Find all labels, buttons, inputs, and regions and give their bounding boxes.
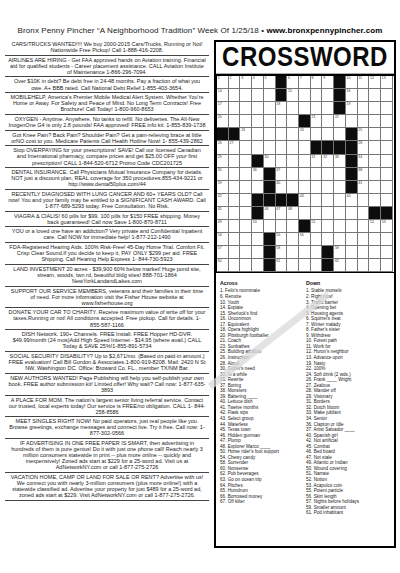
- grid-cell[interactable]: [381, 155, 393, 168]
- black-square: [334, 141, 346, 154]
- grid-cell[interactable]: [252, 259, 264, 272]
- grid-cell[interactable]: 30: [264, 155, 276, 168]
- grid-cell[interactable]: [252, 181, 264, 194]
- grid-cell[interactable]: [346, 259, 358, 272]
- black-square: [381, 207, 393, 220]
- classified-ad: OXYGEN - Anytime. Anywhere. No tanks to …: [5, 115, 209, 131]
- grid-cell[interactable]: [299, 141, 311, 154]
- black-square: [229, 128, 241, 141]
- classified-ads-column: CARS/TRUCKS WANTED!!!! We buy 2000-2015 …: [5, 40, 209, 501]
- grid-cell[interactable]: [311, 168, 323, 181]
- grid-cell[interactable]: 44: [346, 194, 358, 207]
- grid-cell[interactable]: [311, 194, 323, 207]
- cell-number: 2: [229, 76, 231, 80]
- grid-cell[interactable]: [240, 207, 252, 220]
- grid-cell[interactable]: [252, 246, 264, 259]
- cell-number: 43: [300, 194, 304, 198]
- cell-number: 25: [358, 128, 362, 132]
- black-square: [311, 141, 323, 154]
- grid-cell[interactable]: [381, 102, 393, 115]
- grid-cell[interactable]: 21: [311, 115, 323, 128]
- classified-ad: IF ADVERTISING IN ONE FREE PAPER IS SMAR…: [5, 439, 209, 473]
- grid-cell[interactable]: [287, 220, 299, 233]
- cell-number: 11: [358, 76, 362, 80]
- grid-cell[interactable]: [311, 207, 323, 220]
- cell-number: 16: [347, 89, 351, 93]
- grid-cell[interactable]: 42: [217, 194, 229, 207]
- grid-cell[interactable]: [346, 220, 358, 233]
- grid-cell[interactable]: [240, 259, 252, 272]
- grid-cell[interactable]: [240, 168, 252, 181]
- cell-number: 20: [218, 115, 222, 119]
- grid-cell[interactable]: 15: [287, 89, 299, 102]
- cell-number: 12: [370, 76, 374, 80]
- cell-number: 60: [218, 259, 222, 263]
- grid-cell[interactable]: [311, 89, 323, 102]
- grid-cell[interactable]: 32: [322, 155, 334, 168]
- cell-number: 47: [276, 207, 280, 211]
- grid-cell[interactable]: 18: [276, 102, 288, 115]
- cell-number: 23: [241, 128, 245, 132]
- across-clue: 67. Off kilter: [220, 499, 304, 505]
- across-title: Across: [220, 280, 304, 286]
- grid-cell[interactable]: [240, 246, 252, 259]
- grid-cell[interactable]: [322, 220, 334, 233]
- grid-cell[interactable]: [240, 102, 252, 115]
- grid-cell[interactable]: [299, 89, 311, 102]
- cell-number: 17: [218, 102, 222, 106]
- cell-number: 4: [253, 76, 255, 80]
- crossword-box: CROSSWORD 123456789101112131415161718192…: [214, 40, 396, 548]
- grid-cell[interactable]: [229, 102, 241, 115]
- grid-cell[interactable]: [299, 168, 311, 181]
- classified-ad: NEW AUTHORS WANTED! Page Publishing will…: [5, 374, 209, 396]
- grid-cell[interactable]: 59: [334, 246, 346, 259]
- grid-cell[interactable]: [299, 181, 311, 194]
- grid-cell[interactable]: [369, 128, 381, 141]
- grid-cell[interactable]: [229, 181, 241, 194]
- classified-ad: Over $10K in debt? Be debt free in 24-48…: [5, 77, 209, 93]
- cell-number: 21: [311, 115, 315, 119]
- grid-cell[interactable]: 57: [217, 246, 229, 259]
- black-square: [276, 76, 288, 89]
- grid-cell[interactable]: [240, 141, 252, 154]
- grid-cell[interactable]: 54: [217, 233, 229, 246]
- grid-cell[interactable]: 24: [299, 128, 311, 141]
- black-square: [346, 181, 358, 194]
- grid-cell[interactable]: [358, 102, 370, 115]
- cell-number: 54: [218, 233, 222, 237]
- cell-number: 46: [265, 207, 269, 211]
- cell-number: 51: [311, 220, 315, 224]
- classified-ad: SOCIAL SECURITY DISABILITY? Up to $2,671…: [5, 352, 209, 374]
- grid-cell[interactable]: [346, 246, 358, 259]
- grid-cell[interactable]: [276, 115, 288, 128]
- grid-cell[interactable]: 22: [334, 115, 346, 128]
- grid-cell[interactable]: [369, 89, 381, 102]
- crossword-grid: 1234567891011121314151617181920212223242…: [217, 76, 395, 272]
- grid-cell[interactable]: [287, 128, 299, 141]
- grid-cell[interactable]: 60: [217, 259, 229, 272]
- grid-cell[interactable]: [299, 155, 311, 168]
- cell-number: 18: [276, 102, 280, 106]
- grid-cell[interactable]: 40: [276, 181, 288, 194]
- black-square: [369, 207, 381, 220]
- grid-cell[interactable]: [358, 246, 370, 259]
- cell-number: 48: [288, 207, 292, 211]
- classified-ad: MEET SINGLES RIGHT NOW! No paid operator…: [5, 417, 209, 439]
- grid-cell[interactable]: [369, 259, 381, 272]
- grid-cell[interactable]: [311, 128, 323, 141]
- down-clue: 61. Pod inhabitant: [306, 510, 390, 516]
- grid-cell[interactable]: [252, 233, 264, 246]
- grid-cell[interactable]: [358, 194, 370, 207]
- grid-cell[interactable]: 20: [217, 115, 229, 128]
- cell-number: 30: [265, 155, 269, 159]
- grid-cell[interactable]: 13: [381, 76, 393, 89]
- grid-cell[interactable]: 16: [346, 89, 358, 102]
- grid-cell[interactable]: 4: [252, 76, 264, 89]
- grid-cell[interactable]: 14: [217, 89, 229, 102]
- grid-cell[interactable]: [322, 194, 334, 207]
- grid-cell[interactable]: [381, 259, 393, 272]
- black-square: [252, 155, 264, 168]
- cell-number: 7: [300, 76, 302, 80]
- grid-cell[interactable]: 2: [229, 76, 241, 89]
- grid-cell[interactable]: [299, 207, 311, 220]
- grid-cell[interactable]: 55: [276, 233, 288, 246]
- grid-cell[interactable]: 38: [358, 168, 370, 181]
- grid-cell[interactable]: [322, 181, 334, 194]
- black-square: [299, 115, 311, 128]
- grid-cell[interactable]: 7: [299, 76, 311, 89]
- grid-cell[interactable]: [287, 246, 299, 259]
- grid-cell[interactable]: [322, 207, 334, 220]
- classified-ad: FDA-Registered Hearing Aids. 100% Risk-F…: [5, 243, 209, 265]
- cell-number: 42: [218, 194, 222, 198]
- cell-number: 45: [218, 207, 222, 211]
- grid-cell[interactable]: [229, 155, 241, 168]
- grid-cell[interactable]: [381, 233, 393, 246]
- grid-cell[interactable]: 56: [299, 233, 311, 246]
- cell-number: 3: [241, 76, 243, 80]
- grid-cell[interactable]: [311, 233, 323, 246]
- black-square: [264, 194, 276, 207]
- crossword-banner: CROSSWORD: [216, 40, 394, 76]
- cell-number: 14: [218, 89, 222, 93]
- cell-number: 6: [288, 76, 290, 80]
- classified-ad: VACATION HOME, CAMP OR LAND FOR SALE OR …: [5, 473, 209, 501]
- grid-cell[interactable]: [229, 89, 241, 102]
- grid-cell[interactable]: 50: [252, 220, 264, 233]
- black-square: [322, 246, 334, 259]
- grid-cell[interactable]: [264, 102, 276, 115]
- grid-cell[interactable]: 48: [287, 207, 299, 220]
- cell-number: 10: [347, 76, 351, 80]
- grid-cell[interactable]: [252, 102, 264, 115]
- grid-cell[interactable]: [346, 115, 358, 128]
- classified-ad: Stop OVERPAYING for your prescriptions! …: [5, 146, 209, 168]
- grid-cell[interactable]: [229, 194, 241, 207]
- grid-cell[interactable]: 28: [358, 141, 370, 154]
- cell-number: 53: [382, 220, 386, 224]
- grid-cell[interactable]: [322, 102, 334, 115]
- grid-cell[interactable]: [229, 207, 241, 220]
- grid-cell[interactable]: 46: [264, 207, 276, 220]
- cell-number: 34: [358, 155, 362, 159]
- cell-number: 15: [288, 89, 292, 93]
- cell-number: 35: [218, 168, 222, 172]
- black-square: [334, 102, 346, 115]
- grid-cell[interactable]: [369, 115, 381, 128]
- cell-number: 59: [335, 246, 339, 250]
- cell-number: 22: [335, 115, 339, 119]
- grid-cell[interactable]: [369, 246, 381, 259]
- grid-cell[interactable]: [311, 246, 323, 259]
- grid-cell[interactable]: [287, 233, 299, 246]
- grid-cell[interactable]: [240, 155, 252, 168]
- grid-cell[interactable]: 52: [369, 220, 381, 233]
- grid-cell[interactable]: 34: [358, 155, 370, 168]
- grid-cell[interactable]: 29: [217, 155, 229, 168]
- grid-cell[interactable]: [240, 89, 252, 102]
- grid-cell[interactable]: 17: [217, 102, 229, 115]
- black-square: [264, 246, 276, 259]
- header-text: Bronx Penny Pincher “A Neighborhood Trad…: [18, 26, 267, 35]
- classified-ad: A PLACE FOR MOM. The nation's largest se…: [5, 396, 209, 418]
- grid-cell[interactable]: 3: [240, 76, 252, 89]
- grid-cell[interactable]: 47: [276, 207, 288, 220]
- grid-cell[interactable]: 36: [252, 168, 264, 181]
- grid-cell[interactable]: [299, 246, 311, 259]
- grid-cell[interactable]: [358, 259, 370, 272]
- cell-number: 5: [265, 76, 267, 80]
- grid-cell[interactable]: [358, 89, 370, 102]
- grid-cell[interactable]: 1: [217, 76, 229, 89]
- cell-number: 41: [358, 181, 362, 185]
- grid-cell[interactable]: [334, 194, 346, 207]
- page-header: Bronx Penny Pincher “A Neighborhood Trad…: [0, 26, 400, 35]
- grid-cell[interactable]: [276, 155, 288, 168]
- grid-cell[interactable]: 49: [217, 220, 229, 233]
- classified-ad: CARS/TRUCKS WANTED!!!! We buy 2000-2015 …: [5, 40, 209, 56]
- grid-cell[interactable]: [240, 220, 252, 233]
- cell-number: 38: [358, 168, 362, 172]
- grid-cell[interactable]: [322, 89, 334, 102]
- black-square: [346, 128, 358, 141]
- grid-cell[interactable]: [252, 115, 264, 128]
- grid-cell[interactable]: [381, 168, 393, 181]
- grid-cell[interactable]: [240, 181, 252, 194]
- black-square: [346, 155, 358, 168]
- grid-cell[interactable]: [369, 168, 381, 181]
- cell-number: 32: [323, 155, 327, 159]
- grid-cell[interactable]: 23: [240, 128, 252, 141]
- cell-number: 33: [335, 155, 339, 159]
- grid-cell[interactable]: [299, 102, 311, 115]
- grid-cell[interactable]: [229, 233, 241, 246]
- grid-cell[interactable]: [334, 181, 346, 194]
- classified-ad: DISH Network. 190+ Channels. FREE Instal…: [5, 330, 209, 352]
- grid-cell[interactable]: [252, 89, 264, 102]
- cell-number: 56: [300, 233, 304, 237]
- down-clues-column: Down 1. Stable morsels2. Right now!3. Tr…: [306, 280, 392, 515]
- black-square: [252, 207, 264, 220]
- grid-cell[interactable]: 10: [346, 76, 358, 89]
- grid-cell[interactable]: 31: [311, 155, 323, 168]
- grid-cell[interactable]: [346, 207, 358, 220]
- grid-cell[interactable]: 51: [311, 220, 323, 233]
- cell-number: 26: [218, 141, 222, 145]
- grid-cell[interactable]: [334, 233, 346, 246]
- grid-cell[interactable]: [369, 141, 381, 154]
- grid-cell[interactable]: [358, 233, 370, 246]
- grid-cell[interactable]: 9: [322, 76, 334, 89]
- across-clue-list: 1. Felix's roommate6. Remote10. Youth14.…: [220, 288, 304, 504]
- grid-cell[interactable]: 26: [217, 141, 229, 154]
- down-clue-list: 1. Stable morsels2. Right now!3. Traffic…: [306, 288, 390, 515]
- grid-cell[interactable]: [311, 181, 323, 194]
- grid-cell[interactable]: [369, 102, 381, 115]
- grid-cell[interactable]: 43: [299, 194, 311, 207]
- grid-cell[interactable]: [264, 115, 276, 128]
- classified-ad: RECENTLY DIAGNOSED WITH LUNG CANCER AND …: [5, 190, 209, 212]
- black-square: [252, 194, 264, 207]
- black-square: [264, 181, 276, 194]
- grid-cell[interactable]: [381, 141, 393, 154]
- grid-cell[interactable]: [240, 233, 252, 246]
- black-square: [264, 168, 276, 181]
- cell-number: 1: [218, 76, 220, 80]
- grid-cell[interactable]: [369, 194, 381, 207]
- grid-cell[interactable]: 41: [358, 181, 370, 194]
- black-square: [276, 89, 288, 102]
- grid-cell[interactable]: 33: [334, 155, 346, 168]
- grid-cell[interactable]: [287, 141, 299, 154]
- grid-cell[interactable]: 62: [334, 259, 346, 272]
- grid-cell[interactable]: [358, 115, 370, 128]
- grid-cell[interactable]: [358, 220, 370, 233]
- cell-number: 31: [311, 155, 315, 159]
- grid-cell[interactable]: [299, 259, 311, 272]
- grid-cell[interactable]: [264, 141, 276, 154]
- grid-cell[interactable]: [381, 181, 393, 194]
- grid-cell[interactable]: 35: [217, 168, 229, 181]
- grid-cell[interactable]: [287, 259, 299, 272]
- cell-number: 61: [276, 259, 280, 263]
- grid-cell[interactable]: [311, 259, 323, 272]
- cell-number: 50: [253, 220, 257, 224]
- grid-cell[interactable]: [381, 246, 393, 259]
- grid-cell[interactable]: [381, 115, 393, 128]
- grid-cell[interactable]: [276, 220, 288, 233]
- grid-cell[interactable]: [346, 233, 358, 246]
- grid-cell[interactable]: [240, 194, 252, 207]
- grid-cell[interactable]: [276, 141, 288, 154]
- grid-cell[interactable]: [322, 115, 334, 128]
- grid-cell[interactable]: [334, 220, 346, 233]
- grid-cell[interactable]: [369, 181, 381, 194]
- header-url: www.bronxpennypincher.com: [266, 26, 382, 35]
- grid-cell[interactable]: [322, 233, 334, 246]
- grid-cell[interactable]: [276, 128, 288, 141]
- grid-cell[interactable]: [264, 89, 276, 102]
- grid-cell[interactable]: 58: [276, 246, 288, 259]
- grid-cell[interactable]: 39: [217, 181, 229, 194]
- black-square: [334, 89, 346, 102]
- grid-cell[interactable]: [287, 115, 299, 128]
- grid-cell[interactable]: [369, 155, 381, 168]
- grid-cell[interactable]: [240, 115, 252, 128]
- cell-number: 52: [370, 220, 374, 224]
- grid-cell[interactable]: 45: [217, 207, 229, 220]
- cell-number: 57: [218, 246, 222, 250]
- cell-number: 27: [229, 141, 233, 145]
- grid-cell[interactable]: [381, 128, 393, 141]
- grid-cell[interactable]: [229, 220, 241, 233]
- grid-cell[interactable]: [264, 128, 276, 141]
- grid-cell[interactable]: 25: [358, 128, 370, 141]
- grid-cell[interactable]: [229, 168, 241, 181]
- black-square: [287, 194, 299, 207]
- cell-number: 9: [323, 76, 325, 80]
- grid-cell[interactable]: 11: [358, 76, 370, 89]
- grid-cell[interactable]: [369, 233, 381, 246]
- grid-cell[interactable]: [358, 207, 370, 220]
- cell-number: 13: [382, 76, 386, 80]
- grid-cell[interactable]: 61: [276, 259, 288, 272]
- cell-number: 37: [276, 168, 280, 172]
- cell-number: 39: [218, 181, 222, 185]
- grid-cell[interactable]: [334, 168, 346, 181]
- grid-cell[interactable]: [229, 246, 241, 259]
- grid-cell[interactable]: [252, 128, 264, 141]
- cell-number: 44: [347, 194, 351, 198]
- grid-cell[interactable]: 19: [346, 102, 358, 115]
- grid-cell[interactable]: 37: [276, 168, 288, 181]
- grid-cell[interactable]: [229, 115, 241, 128]
- grid-cell[interactable]: [229, 259, 241, 272]
- grid-cell[interactable]: [264, 220, 276, 233]
- grid-cell[interactable]: [287, 181, 299, 194]
- cell-number: 49: [218, 220, 222, 224]
- grid-cell[interactable]: 5: [264, 76, 276, 89]
- black-square: [322, 141, 334, 154]
- black-square: [334, 76, 346, 89]
- grid-cell[interactable]: [311, 102, 323, 115]
- grid-cell[interactable]: 6: [287, 76, 299, 89]
- grid-cell[interactable]: [381, 89, 393, 102]
- grid-cell[interactable]: [322, 128, 334, 141]
- crossword-grid-frame: 1234567891011121314151617181920212223242…: [216, 75, 396, 273]
- grid-cell[interactable]: [322, 168, 334, 181]
- black-square: [299, 220, 311, 233]
- grid-cell[interactable]: [287, 102, 299, 115]
- grid-cell[interactable]: 8: [311, 76, 323, 89]
- grid-cell[interactable]: [334, 207, 346, 220]
- grid-cell[interactable]: [287, 155, 299, 168]
- grid-cell[interactable]: 53: [381, 220, 393, 233]
- classified-ad: Got Knee Pain? Back Pain? Shoulder Pain?…: [5, 131, 209, 147]
- cell-number: 58: [276, 246, 280, 250]
- grid-cell[interactable]: [334, 128, 346, 141]
- grid-cell[interactable]: 12: [369, 76, 381, 89]
- black-square: [217, 128, 229, 141]
- grid-cell[interactable]: [381, 194, 393, 207]
- grid-cell[interactable]: 27: [229, 141, 241, 154]
- grid-cell[interactable]: [287, 168, 299, 181]
- grid-cell[interactable]: [252, 141, 264, 154]
